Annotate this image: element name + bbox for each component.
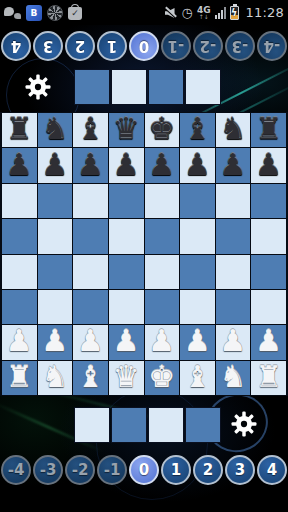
square-g3[interactable] (216, 290, 251, 324)
square-b5[interactable] (38, 219, 73, 253)
piece-black-rook: ♜ (6, 114, 33, 144)
piece-black-pawn: ♟ (41, 150, 68, 180)
square-f6[interactable] (180, 184, 215, 218)
piece-black-rook: ♜ (255, 114, 282, 144)
piece-white-king: ♚ (148, 362, 175, 392)
square-h2[interactable]: ♟ (251, 325, 286, 359)
piece-white-pawn: ♟ (255, 326, 282, 356)
gear-icon (25, 74, 51, 100)
opponent-level-button-4[interactable]: 4 (1, 31, 31, 61)
square-g5[interactable] (216, 219, 251, 253)
piece-white-pawn: ♟ (6, 326, 33, 356)
player-level-button--3[interactable]: -3 (33, 455, 63, 485)
piece-black-bishop: ♝ (184, 114, 211, 144)
fan-icon (47, 5, 63, 21)
square-h6[interactable] (251, 184, 286, 218)
gear-icon (231, 411, 257, 437)
player-level-button-2[interactable]: 2 (193, 455, 223, 485)
square-e3[interactable] (145, 290, 180, 324)
player-level-button--2[interactable]: -2 (65, 455, 95, 485)
extra-square-bottom-3[interactable] (185, 407, 221, 443)
square-c8[interactable]: ♝ (73, 113, 108, 147)
system-status-icons: ◷ 4G↑↓ ϟ 11:28 (164, 5, 284, 20)
square-f1[interactable]: ♝ (180, 361, 215, 395)
square-f5[interactable] (180, 219, 215, 253)
extra-square-bottom-2[interactable] (148, 407, 184, 443)
opponent-level-button-3[interactable]: 3 (33, 31, 63, 61)
square-f8[interactable]: ♝ (180, 113, 215, 147)
player-level-button--4[interactable]: -4 (1, 455, 31, 485)
square-d6[interactable] (109, 184, 144, 218)
settings-gear-bottom[interactable] (231, 411, 257, 437)
piece-black-pawn: ♟ (148, 150, 175, 180)
piece-black-queen: ♛ (113, 114, 140, 144)
piece-white-pawn: ♟ (77, 326, 104, 356)
square-a4[interactable] (2, 255, 37, 289)
piece-white-pawn: ♟ (41, 326, 68, 356)
piece-black-pawn: ♟ (6, 150, 33, 180)
wechat-icon (4, 6, 21, 20)
opponent-level-button--2[interactable]: -2 (193, 31, 223, 61)
network-4g-icon: 4G↑↓ (197, 6, 211, 20)
piece-white-bishop: ♝ (77, 362, 104, 392)
square-a1[interactable]: ♜ (2, 361, 37, 395)
opponent-level-button-0[interactable]: 0 (129, 31, 159, 61)
square-e2[interactable]: ♟ (145, 325, 180, 359)
shopping-bag-icon: ✓ (68, 7, 82, 20)
square-a7[interactable]: ♟ (2, 148, 37, 182)
square-g4[interactable] (216, 255, 251, 289)
status-bar: B ✓ ◷ 4G↑↓ ϟ 11:28 (0, 0, 288, 25)
square-b7[interactable]: ♟ (38, 148, 73, 182)
square-h4[interactable] (251, 255, 286, 289)
square-d4[interactable] (109, 255, 144, 289)
chess-board: ♜♞♝♛♚♝♞♜♟♟♟♟♟♟♟♟♟♟♟♟♟♟♟♟♜♞♝♛♚♝♞♜ (0, 112, 288, 396)
square-e6[interactable] (145, 184, 180, 218)
player-level-selector: -4-3-2-101234 (0, 455, 288, 485)
piece-black-pawn: ♟ (77, 150, 104, 180)
square-a5[interactable] (2, 219, 37, 253)
opponent-level-button-1[interactable]: 1 (97, 31, 127, 61)
square-d8[interactable]: ♛ (109, 113, 144, 147)
piece-black-pawn: ♟ (184, 150, 211, 180)
player-level-button--1[interactable]: -1 (97, 455, 127, 485)
square-d2[interactable]: ♟ (109, 325, 144, 359)
square-c4[interactable] (73, 255, 108, 289)
square-b2[interactable]: ♟ (38, 325, 73, 359)
piece-white-pawn: ♟ (220, 326, 247, 356)
square-h5[interactable] (251, 219, 286, 253)
square-a3[interactable] (2, 290, 37, 324)
square-c3[interactable] (73, 290, 108, 324)
mute-icon (164, 6, 178, 19)
square-d1[interactable]: ♛ (109, 361, 144, 395)
piece-black-pawn: ♟ (220, 150, 247, 180)
piece-white-knight: ♞ (41, 362, 68, 392)
square-b6[interactable] (38, 184, 73, 218)
piece-black-pawn: ♟ (255, 150, 282, 180)
piece-black-knight: ♞ (41, 114, 68, 144)
square-g1[interactable]: ♞ (216, 361, 251, 395)
square-f4[interactable] (180, 255, 215, 289)
square-c7[interactable]: ♟ (73, 148, 108, 182)
player-level-button-4[interactable]: 4 (257, 455, 287, 485)
square-h3[interactable] (251, 290, 286, 324)
square-g8[interactable]: ♞ (216, 113, 251, 147)
square-b3[interactable] (38, 290, 73, 324)
square-e7[interactable]: ♟ (145, 148, 180, 182)
piece-black-bishop: ♝ (77, 114, 104, 144)
opponent-level-selector: -4-3-2-101234 (0, 31, 288, 61)
square-d3[interactable] (109, 290, 144, 324)
status-time: 11:28 (246, 5, 284, 20)
opponent-level-button--1[interactable]: -1 (161, 31, 191, 61)
extra-square-top-3[interactable] (185, 69, 221, 105)
extra-square-top-1[interactable] (111, 69, 147, 105)
square-c1[interactable]: ♝ (73, 361, 108, 395)
square-e4[interactable] (145, 255, 180, 289)
square-b4[interactable] (38, 255, 73, 289)
piece-white-rook: ♜ (6, 362, 33, 392)
piece-white-knight: ♞ (220, 362, 247, 392)
opponent-level-button--4[interactable]: -4 (257, 31, 287, 61)
app-screen: B ✓ ◷ 4G↑↓ ϟ 11:28 -4-3-2-101234 (0, 0, 288, 512)
piece-black-knight: ♞ (220, 114, 247, 144)
square-a6[interactable] (2, 184, 37, 218)
check-icon: ✓ (71, 7, 79, 20)
square-g7[interactable]: ♟ (216, 148, 251, 182)
network-arrows-icon: ↑↓ (199, 14, 209, 20)
lightning-bolt-icon: ϟ (231, 7, 238, 19)
opponent-level-button-2[interactable]: 2 (65, 31, 95, 61)
extra-square-bottom-0[interactable] (74, 407, 110, 443)
battery-charging-icon: ϟ (230, 6, 239, 20)
square-e5[interactable] (145, 219, 180, 253)
piece-white-rook: ♜ (255, 362, 282, 392)
opponent-level-button--3[interactable]: -3 (225, 31, 255, 61)
square-d7[interactable]: ♟ (109, 148, 144, 182)
square-d5[interactable] (109, 219, 144, 253)
piece-white-queen: ♛ (113, 362, 140, 392)
extra-square-top-2[interactable] (148, 69, 184, 105)
square-g2[interactable]: ♟ (216, 325, 251, 359)
piece-black-pawn: ♟ (113, 150, 140, 180)
square-f2[interactable]: ♟ (180, 325, 215, 359)
square-a2[interactable]: ♟ (2, 325, 37, 359)
player-level-button-3[interactable]: 3 (225, 455, 255, 485)
square-g6[interactable] (216, 184, 251, 218)
piece-black-king: ♚ (148, 114, 175, 144)
player-level-button-1[interactable]: 1 (161, 455, 191, 485)
settings-gear-top[interactable] (25, 74, 51, 100)
extra-square-bottom-1[interactable] (111, 407, 147, 443)
signal-strength-icon (215, 7, 226, 19)
square-h7[interactable]: ♟ (251, 148, 286, 182)
square-a8[interactable]: ♜ (2, 113, 37, 147)
square-b1[interactable]: ♞ (38, 361, 73, 395)
square-c6[interactable] (73, 184, 108, 218)
piece-white-pawn: ♟ (184, 326, 211, 356)
square-f7[interactable]: ♟ (180, 148, 215, 182)
square-f3[interactable] (180, 290, 215, 324)
square-c2[interactable]: ♟ (73, 325, 108, 359)
extra-square-top-0[interactable] (74, 69, 110, 105)
piece-white-pawn: ♟ (148, 326, 175, 356)
alarm-clock-icon: ◷ (182, 6, 193, 19)
extra-squares-bottom (74, 407, 221, 443)
piece-white-bishop: ♝ (184, 362, 211, 392)
app-b-icon: B (26, 5, 42, 21)
notification-icons: B ✓ (4, 5, 82, 21)
square-h1[interactable]: ♜ (251, 361, 286, 395)
square-c5[interactable] (73, 219, 108, 253)
square-e1[interactable]: ♚ (145, 361, 180, 395)
player-level-button-0[interactable]: 0 (129, 455, 159, 485)
square-b8[interactable]: ♞ (38, 113, 73, 147)
piece-white-pawn: ♟ (113, 326, 140, 356)
square-h8[interactable]: ♜ (251, 113, 286, 147)
square-e8[interactable]: ♚ (145, 113, 180, 147)
extra-squares-top (74, 69, 221, 105)
